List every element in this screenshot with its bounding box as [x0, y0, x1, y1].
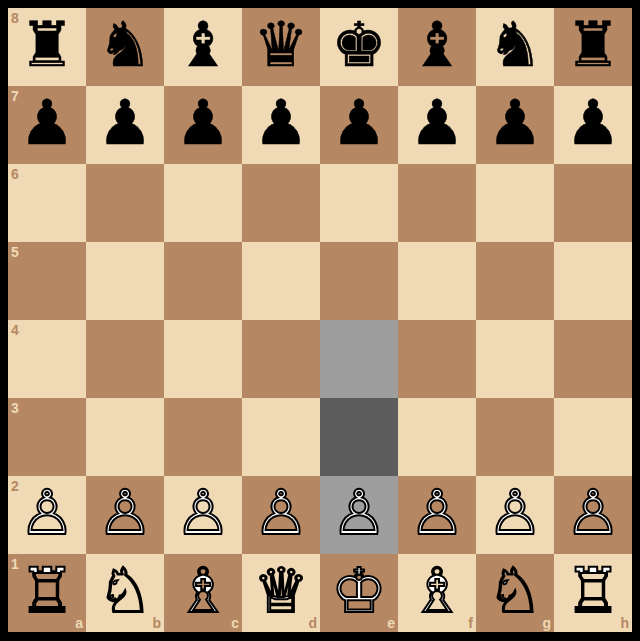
square-d6[interactable]: [242, 164, 320, 242]
file-label-h: h: [620, 616, 629, 630]
rank-label-6: 6: [11, 167, 19, 181]
square-g4[interactable]: [476, 320, 554, 398]
square-h5[interactable]: [554, 242, 632, 320]
square-b1[interactable]: b♘: [86, 554, 164, 632]
file-label-g: g: [542, 616, 551, 630]
file-label-f: f: [468, 616, 473, 630]
rank-label-7: 7: [11, 89, 19, 103]
file-label-e: e: [387, 616, 395, 630]
square-b7[interactable]: ♟: [86, 86, 164, 164]
piece-white-bishop[interactable]: ♗: [175, 552, 231, 630]
square-c8[interactable]: ♝: [164, 8, 242, 86]
square-c6[interactable]: [164, 164, 242, 242]
rank-label-2: 2: [11, 479, 19, 493]
square-e7[interactable]: ♟: [320, 86, 398, 164]
square-a6[interactable]: 6: [8, 164, 86, 242]
piece-white-pawn[interactable]: ♙: [409, 474, 465, 552]
square-h4[interactable]: [554, 320, 632, 398]
square-b6[interactable]: [86, 164, 164, 242]
square-e2[interactable]: ♙: [320, 476, 398, 554]
square-g6[interactable]: [476, 164, 554, 242]
square-e1[interactable]: e♔: [320, 554, 398, 632]
square-g1[interactable]: g♘: [476, 554, 554, 632]
piece-black-bishop[interactable]: ♝: [409, 6, 465, 84]
piece-black-pawn[interactable]: ♟: [565, 84, 621, 162]
file-label-c: c: [231, 616, 239, 630]
piece-black-pawn[interactable]: ♟: [19, 84, 75, 162]
square-h3[interactable]: [554, 398, 632, 476]
piece-white-pawn[interactable]: ♙: [331, 474, 387, 552]
square-a8[interactable]: 8♜: [8, 8, 86, 86]
square-d1[interactable]: d♕: [242, 554, 320, 632]
file-label-b: b: [152, 616, 161, 630]
square-c2[interactable]: ♙: [164, 476, 242, 554]
piece-black-pawn[interactable]: ♟: [175, 84, 231, 162]
square-d3[interactable]: [242, 398, 320, 476]
square-h1[interactable]: h♖: [554, 554, 632, 632]
square-f3[interactable]: [398, 398, 476, 476]
piece-white-pawn[interactable]: ♙: [19, 474, 75, 552]
square-a4[interactable]: 4: [8, 320, 86, 398]
piece-white-rook[interactable]: ♖: [565, 552, 621, 630]
piece-white-queen[interactable]: ♕: [253, 552, 309, 630]
piece-white-pawn[interactable]: ♙: [97, 474, 153, 552]
square-d7[interactable]: ♟: [242, 86, 320, 164]
piece-white-king[interactable]: ♔: [331, 552, 387, 630]
rank-label-8: 8: [11, 11, 19, 25]
square-e4[interactable]: [320, 320, 398, 398]
square-g3[interactable]: [476, 398, 554, 476]
piece-white-bishop[interactable]: ♗: [409, 552, 465, 630]
piece-black-rook[interactable]: ♜: [565, 6, 621, 84]
rank-label-3: 3: [11, 401, 19, 415]
piece-white-knight[interactable]: ♘: [487, 552, 543, 630]
square-g7[interactable]: ♟: [476, 86, 554, 164]
rank-label-5: 5: [11, 245, 19, 259]
square-c3[interactable]: [164, 398, 242, 476]
square-a7[interactable]: 7♟: [8, 86, 86, 164]
piece-black-knight[interactable]: ♞: [487, 6, 543, 84]
square-f1[interactable]: f♗: [398, 554, 476, 632]
square-h7[interactable]: ♟: [554, 86, 632, 164]
square-f6[interactable]: [398, 164, 476, 242]
square-d2[interactable]: ♙: [242, 476, 320, 554]
piece-black-pawn[interactable]: ♟: [97, 84, 153, 162]
square-a5[interactable]: 5: [8, 242, 86, 320]
square-b4[interactable]: [86, 320, 164, 398]
piece-black-knight[interactable]: ♞: [97, 6, 153, 84]
piece-white-pawn[interactable]: ♙: [175, 474, 231, 552]
piece-white-knight[interactable]: ♘: [97, 552, 153, 630]
piece-white-rook[interactable]: ♖: [19, 552, 75, 630]
square-e3[interactable]: [320, 398, 398, 476]
piece-black-king[interactable]: ♚: [331, 6, 387, 84]
rank-label-1: 1: [11, 557, 19, 571]
square-b5[interactable]: [86, 242, 164, 320]
piece-black-bishop[interactable]: ♝: [175, 6, 231, 84]
square-f2[interactable]: ♙: [398, 476, 476, 554]
square-g5[interactable]: [476, 242, 554, 320]
square-a2[interactable]: 2♙: [8, 476, 86, 554]
square-g8[interactable]: ♞: [476, 8, 554, 86]
rank-label-4: 4: [11, 323, 19, 337]
square-c4[interactable]: [164, 320, 242, 398]
square-f8[interactable]: ♝: [398, 8, 476, 86]
square-c7[interactable]: ♟: [164, 86, 242, 164]
square-b3[interactable]: [86, 398, 164, 476]
piece-black-queen[interactable]: ♛: [253, 6, 309, 84]
square-e8[interactable]: ♚: [320, 8, 398, 86]
square-g2[interactable]: ♙: [476, 476, 554, 554]
piece-white-pawn[interactable]: ♙: [487, 474, 543, 552]
square-b8[interactable]: ♞: [86, 8, 164, 86]
square-e6[interactable]: [320, 164, 398, 242]
square-a1[interactable]: 1a♖: [8, 554, 86, 632]
piece-white-pawn[interactable]: ♙: [565, 474, 621, 552]
square-e5[interactable]: [320, 242, 398, 320]
square-b2[interactable]: ♙: [86, 476, 164, 554]
square-c1[interactable]: c♗: [164, 554, 242, 632]
square-h6[interactable]: [554, 164, 632, 242]
square-d5[interactable]: [242, 242, 320, 320]
piece-black-pawn[interactable]: ♟: [409, 84, 465, 162]
piece-black-pawn[interactable]: ♟: [253, 84, 309, 162]
square-h2[interactable]: ♙: [554, 476, 632, 554]
piece-white-pawn[interactable]: ♙: [253, 474, 309, 552]
square-c5[interactable]: [164, 242, 242, 320]
piece-black-pawn[interactable]: ♟: [487, 84, 543, 162]
square-f7[interactable]: ♟: [398, 86, 476, 164]
square-d4[interactable]: [242, 320, 320, 398]
file-label-d: d: [308, 616, 317, 630]
square-f4[interactable]: [398, 320, 476, 398]
file-label-a: a: [75, 616, 83, 630]
square-h8[interactable]: ♜: [554, 8, 632, 86]
square-f5[interactable]: [398, 242, 476, 320]
square-d8[interactable]: ♛: [242, 8, 320, 86]
piece-black-pawn[interactable]: ♟: [331, 84, 387, 162]
piece-black-rook[interactable]: ♜: [19, 6, 75, 84]
chess-board: 8♜♞♝♛♚♝♞♜7♟♟♟♟♟♟♟♟65432♙♙♙♙♙♙♙♙1a♖b♘c♗d♕…: [8, 8, 632, 632]
square-a3[interactable]: 3: [8, 398, 86, 476]
